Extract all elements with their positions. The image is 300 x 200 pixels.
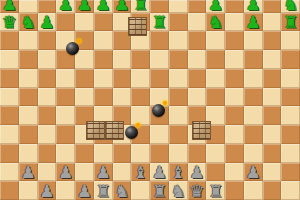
- bomb-fuse-spark-icon: [77, 39, 81, 43]
- bomb-fuse-spark-icon: [163, 101, 167, 105]
- board-cell[interactable]: [225, 163, 244, 182]
- board-cell[interactable]: [19, 69, 38, 88]
- gray-pawn[interactable]: ♟: [75, 182, 94, 200]
- board-cell[interactable]: [38, 144, 57, 163]
- board-cell[interactable]: [150, 31, 169, 50]
- board-cell[interactable]: [19, 106, 38, 125]
- board-cell[interactable]: [19, 50, 38, 69]
- board-cell[interactable]: ♟: [244, 13, 263, 32]
- board-cell[interactable]: [19, 0, 38, 13]
- board-cell[interactable]: [244, 144, 263, 163]
- board-cell[interactable]: [94, 31, 113, 50]
- board-cell[interactable]: [206, 144, 225, 163]
- gray-pawn[interactable]: ♟: [19, 163, 38, 181]
- board-cell[interactable]: ♞: [206, 13, 225, 32]
- board-cell[interactable]: [281, 106, 300, 125]
- gray-pawn[interactable]: ♟: [94, 163, 113, 181]
- board-cell[interactable]: [75, 88, 94, 107]
- board-cell[interactable]: [0, 181, 19, 200]
- board-cell[interactable]: [169, 125, 188, 144]
- board-cell[interactable]: [38, 31, 57, 50]
- board-cell[interactable]: [169, 88, 188, 107]
- green-knight[interactable]: ♞: [19, 13, 38, 31]
- board-cell[interactable]: [244, 181, 263, 200]
- board-cell[interactable]: [56, 125, 75, 144]
- board-cell[interactable]: [263, 31, 282, 50]
- board-cell[interactable]: [150, 69, 169, 88]
- green-pawn[interactable]: ♟: [0, 0, 19, 13]
- board-cell[interactable]: [263, 106, 282, 125]
- board-cell[interactable]: [169, 144, 188, 163]
- board-cell[interactable]: ♝: [169, 163, 188, 182]
- board-cell[interactable]: ♟: [56, 163, 75, 182]
- board-cell[interactable]: [206, 163, 225, 182]
- gray-rook[interactable]: ♜: [150, 182, 169, 200]
- board-cell[interactable]: [113, 69, 132, 88]
- board-cell[interactable]: [263, 0, 282, 13]
- green-rook[interactable]: ♜: [150, 13, 169, 31]
- board-cell[interactable]: [56, 181, 75, 200]
- board-cell[interactable]: [244, 50, 263, 69]
- board-cell[interactable]: ♟: [244, 163, 263, 182]
- board-cell[interactable]: ♛: [188, 181, 207, 200]
- board-cell[interactable]: [244, 88, 263, 107]
- board-cell[interactable]: [75, 144, 94, 163]
- board-cell[interactable]: [38, 69, 57, 88]
- board-cell[interactable]: [188, 88, 207, 107]
- board-cell[interactable]: [19, 144, 38, 163]
- board-cell[interactable]: [0, 144, 19, 163]
- green-pawn[interactable]: ♟: [56, 0, 75, 13]
- board-cell[interactable]: ♟: [206, 0, 225, 13]
- green-knight[interactable]: ♞: [281, 0, 300, 13]
- board-cell[interactable]: [56, 69, 75, 88]
- board-cell[interactable]: ♟: [38, 181, 57, 200]
- board-cell[interactable]: ♜: [131, 0, 150, 13]
- board-cell[interactable]: [188, 144, 207, 163]
- board-cell[interactable]: [263, 69, 282, 88]
- board-cell[interactable]: [188, 50, 207, 69]
- gray-pawn[interactable]: ♟: [56, 163, 75, 181]
- game-board: ♟♟♟♟♟♜♟♟♞♛♞♟♜♞♟♜♟♟♟♝♟♝♟♟♟♟♜♞♜♞♛♜: [0, 0, 300, 200]
- board-cell[interactable]: ♟: [56, 0, 75, 13]
- green-pawn[interactable]: ♟: [244, 0, 263, 13]
- board-cell[interactable]: [150, 0, 169, 13]
- board-cell[interactable]: [19, 181, 38, 200]
- board-cell[interactable]: [206, 69, 225, 88]
- board-cell[interactable]: [19, 125, 38, 144]
- board-cell[interactable]: ♟: [188, 163, 207, 182]
- board-cell[interactable]: [113, 88, 132, 107]
- green-rook[interactable]: ♜: [281, 13, 300, 31]
- board-cell[interactable]: ♟: [113, 0, 132, 13]
- board-cell[interactable]: [188, 13, 207, 32]
- board-cell[interactable]: [169, 69, 188, 88]
- gray-bishop[interactable]: ♝: [169, 163, 188, 181]
- board-cell[interactable]: [206, 50, 225, 69]
- gray-pawn[interactable]: ♟: [150, 163, 169, 181]
- board-cell[interactable]: ♟: [19, 163, 38, 182]
- brick-wall-tile: [105, 121, 124, 140]
- board-cell[interactable]: [263, 125, 282, 144]
- board-cell[interactable]: ♟: [244, 0, 263, 13]
- board-cell[interactable]: ♜: [206, 181, 225, 200]
- board-cell[interactable]: ♞: [19, 13, 38, 32]
- board-cell[interactable]: [56, 88, 75, 107]
- board-cell[interactable]: [0, 50, 19, 69]
- bomb-fuse-spark-icon: [136, 123, 140, 127]
- board-cell[interactable]: [38, 88, 57, 107]
- board-cell[interactable]: ♛: [0, 13, 19, 32]
- board-cell[interactable]: ♜: [94, 181, 113, 200]
- board-cell[interactable]: [225, 69, 244, 88]
- board-cell[interactable]: [169, 50, 188, 69]
- board-cell[interactable]: [38, 0, 57, 13]
- board-cell[interactable]: [75, 69, 94, 88]
- board-cell[interactable]: ♟: [94, 163, 113, 182]
- board-cell[interactable]: [131, 144, 150, 163]
- board-cell[interactable]: [75, 50, 94, 69]
- board-cell[interactable]: [56, 106, 75, 125]
- board-cell[interactable]: ♞: [169, 181, 188, 200]
- board-cell[interactable]: [169, 31, 188, 50]
- board-cell[interactable]: ♟: [150, 163, 169, 182]
- board-cell[interactable]: [0, 69, 19, 88]
- board-cell[interactable]: ♜: [150, 181, 169, 200]
- board-cell[interactable]: [225, 88, 244, 107]
- board-cell[interactable]: ♟: [94, 0, 113, 13]
- board-cell[interactable]: [281, 50, 300, 69]
- board-cell[interactable]: [38, 50, 57, 69]
- green-pawn[interactable]: ♟: [38, 13, 57, 31]
- board-cell[interactable]: [150, 50, 169, 69]
- board-cell[interactable]: [188, 31, 207, 50]
- board-cell[interactable]: [281, 88, 300, 107]
- board-cell[interactable]: [56, 144, 75, 163]
- gray-pawn[interactable]: ♟: [244, 163, 263, 181]
- board-cell[interactable]: ♜: [150, 13, 169, 32]
- board-cell[interactable]: [225, 106, 244, 125]
- green-knight[interactable]: ♞: [206, 13, 225, 31]
- board-cell[interactable]: [94, 144, 113, 163]
- board-cell[interactable]: [94, 13, 113, 32]
- board-cell[interactable]: [113, 50, 132, 69]
- board-cell[interactable]: [244, 106, 263, 125]
- board-cell[interactable]: [150, 125, 169, 144]
- board-cell[interactable]: [38, 106, 57, 125]
- green-pawn[interactable]: ♟: [244, 13, 263, 31]
- board-cell[interactable]: ♟: [75, 0, 94, 13]
- board-cell[interactable]: [169, 13, 188, 32]
- board-cell[interactable]: [244, 31, 263, 50]
- board-cell[interactable]: [19, 88, 38, 107]
- board-cell[interactable]: [94, 50, 113, 69]
- gray-pawn[interactable]: ♟: [188, 163, 207, 181]
- board-cell[interactable]: [169, 0, 188, 13]
- green-pawn[interactable]: ♟: [113, 0, 132, 13]
- green-pawn[interactable]: ♟: [206, 0, 225, 13]
- board-cell[interactable]: [225, 181, 244, 200]
- board-cell[interactable]: [0, 106, 19, 125]
- brick-wall-tile: [192, 121, 211, 140]
- bomb: [66, 42, 79, 55]
- board-cell[interactable]: [281, 31, 300, 50]
- board-cell[interactable]: [281, 163, 300, 182]
- brick-wall-tile: [128, 17, 147, 36]
- board-cell[interactable]: [131, 88, 150, 107]
- brick-wall-tile: [86, 121, 105, 140]
- board-cell[interactable]: [94, 88, 113, 107]
- gray-knight[interactable]: ♞: [169, 182, 188, 200]
- bomb: [152, 104, 165, 117]
- board-cell[interactable]: ♟: [38, 13, 57, 32]
- board-cell[interactable]: [38, 163, 57, 182]
- board-cell[interactable]: [94, 69, 113, 88]
- board-cell[interactable]: [113, 163, 132, 182]
- board-cell[interactable]: [75, 163, 94, 182]
- board-cell[interactable]: [225, 0, 244, 13]
- board-cell[interactable]: [225, 31, 244, 50]
- board-cell[interactable]: [263, 163, 282, 182]
- board-cell[interactable]: [169, 106, 188, 125]
- gray-pawn[interactable]: ♟: [38, 182, 57, 200]
- gray-knight[interactable]: ♞: [113, 182, 132, 200]
- board-cell[interactable]: [150, 144, 169, 163]
- board-cell[interactable]: [131, 181, 150, 200]
- board-cell[interactable]: [281, 144, 300, 163]
- board-cell[interactable]: ♞: [113, 181, 132, 200]
- board-cell[interactable]: [131, 106, 150, 125]
- green-pawn[interactable]: ♟: [75, 0, 94, 13]
- board-cell[interactable]: [0, 88, 19, 107]
- board-cell[interactable]: [56, 13, 75, 32]
- board-cell[interactable]: [113, 144, 132, 163]
- board-cell[interactable]: [281, 125, 300, 144]
- board-cell[interactable]: ♟: [75, 181, 94, 200]
- board-cell[interactable]: [263, 88, 282, 107]
- board-cell[interactable]: [206, 88, 225, 107]
- board-cell[interactable]: [188, 69, 207, 88]
- board-cell[interactable]: [263, 13, 282, 32]
- green-rook[interactable]: ♜: [131, 0, 150, 13]
- board-cell[interactable]: [131, 69, 150, 88]
- bomb: [125, 126, 138, 139]
- board-cell[interactable]: [225, 144, 244, 163]
- board-cell[interactable]: [131, 50, 150, 69]
- board-cell[interactable]: ♟: [0, 0, 19, 13]
- gray-queen[interactable]: ♛: [188, 182, 207, 200]
- board-cell[interactable]: [263, 181, 282, 200]
- board-cell[interactable]: [0, 125, 19, 144]
- board-cell[interactable]: [225, 50, 244, 69]
- board-cell[interactable]: [225, 13, 244, 32]
- board-cell[interactable]: [244, 125, 263, 144]
- board-cell[interactable]: [38, 125, 57, 144]
- board-cell[interactable]: [75, 13, 94, 32]
- board-cell[interactable]: [19, 31, 38, 50]
- board-cell[interactable]: [0, 163, 19, 182]
- gray-bishop[interactable]: ♝: [131, 163, 150, 181]
- board-cell[interactable]: [281, 181, 300, 200]
- board-cell[interactable]: ♝: [131, 163, 150, 182]
- board-cell[interactable]: [225, 125, 244, 144]
- board-cell[interactable]: ♜: [281, 13, 300, 32]
- gray-rook[interactable]: ♜: [94, 182, 113, 200]
- board-cell[interactable]: [244, 69, 263, 88]
- board-cell[interactable]: [0, 31, 19, 50]
- gray-rook[interactable]: ♜: [206, 182, 225, 200]
- board-cell[interactable]: [281, 69, 300, 88]
- green-pawn[interactable]: ♟: [94, 0, 113, 13]
- board-cell[interactable]: [263, 50, 282, 69]
- board-cell[interactable]: [188, 0, 207, 13]
- board-cell[interactable]: ♞: [281, 0, 300, 13]
- board-cell[interactable]: [263, 144, 282, 163]
- board-cell[interactable]: [206, 31, 225, 50]
- green-queen[interactable]: ♛: [0, 13, 19, 31]
